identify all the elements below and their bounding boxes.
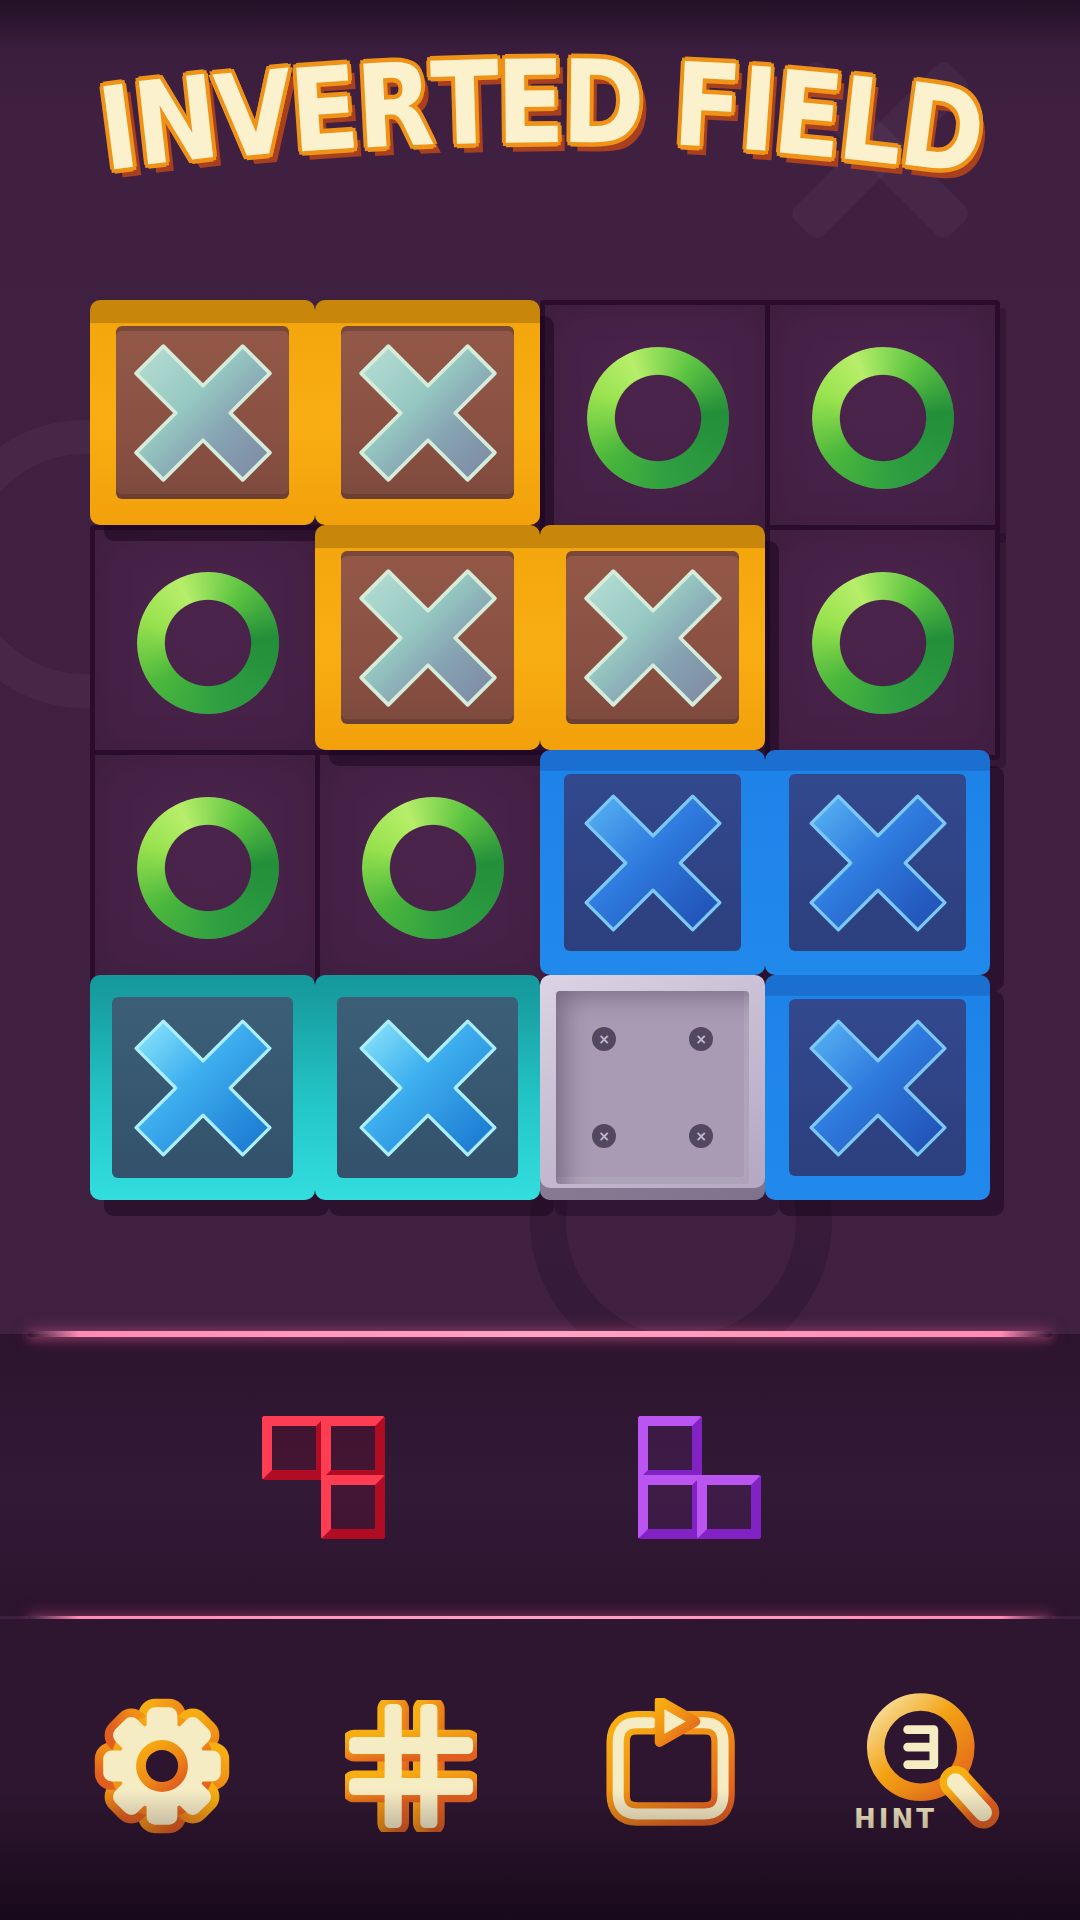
rivet-icon: × (689, 1027, 713, 1051)
grid-hash-icon (345, 1700, 477, 1832)
cell-r2c3[interactable] (765, 750, 990, 975)
puzzle-board[interactable]: ×××× (90, 300, 990, 1200)
divider-top (28, 1331, 1052, 1337)
title-letter: D (892, 56, 988, 203)
title-letter (640, 35, 674, 174)
cell-r1c1[interactable] (315, 525, 540, 750)
title-letter: E (496, 34, 562, 173)
cross-mark (579, 564, 727, 712)
tray-piece-purple[interactable] (638, 1416, 762, 1540)
red-piece-cell (262, 1416, 326, 1480)
cell-r0c1[interactable] (315, 300, 540, 525)
cell-r3c2[interactable]: ×××× (540, 975, 765, 1200)
cell-r1c2[interactable] (540, 525, 765, 750)
hint-button[interactable]: HINT (848, 1686, 1008, 1846)
crate-panel (789, 774, 966, 951)
cross-mark (804, 1014, 952, 1162)
cross-mark (354, 1014, 502, 1162)
ring-mark (812, 347, 954, 489)
crate-panel (341, 326, 514, 499)
cross-mark (579, 789, 727, 937)
ring-mark (812, 572, 954, 714)
title-letter: R (353, 36, 433, 178)
crate-panel (341, 551, 514, 724)
ring-mark (137, 572, 279, 714)
rivet-icon: × (592, 1124, 616, 1148)
cell-r2c0[interactable] (90, 750, 325, 985)
cell-r0c0[interactable] (90, 300, 315, 525)
cross-mark (354, 564, 502, 712)
cell-r1c3[interactable] (765, 525, 1000, 760)
title-letter: T (429, 35, 497, 175)
crate-panel (112, 997, 293, 1178)
cell-r3c1[interactable] (315, 975, 540, 1200)
gear-icon (92, 1696, 232, 1836)
page-title: INVERTED FIELD (0, 52, 1080, 172)
hint-label: HINT (854, 1804, 937, 1834)
crate-panel (564, 774, 741, 951)
title-letter: D (561, 34, 641, 173)
title-letter: F (670, 36, 741, 177)
cell-r1c0[interactable] (90, 525, 325, 760)
purple-piece-cell (638, 1475, 702, 1539)
ring-mark (362, 797, 504, 939)
ring-mark (137, 797, 279, 939)
rivet-icon: × (592, 1027, 616, 1051)
crate-panel (566, 551, 739, 724)
cell-r0c3[interactable] (765, 300, 1000, 535)
title-letter: E (286, 40, 360, 182)
cross-mark (129, 1014, 277, 1162)
cell-r3c3[interactable] (765, 975, 990, 1200)
title-letter: N (127, 49, 221, 195)
blocker-panel: ×××× (556, 991, 749, 1184)
title-letter: V (210, 44, 296, 188)
crate-panel (789, 999, 966, 1176)
red-piece-cell (321, 1416, 385, 1480)
tray-piece-red[interactable] (262, 1416, 386, 1540)
cell-r2c1[interactable] (315, 750, 550, 985)
cross-mark (804, 789, 952, 937)
purple-piece-cell (697, 1475, 761, 1539)
purple-piece-cell (638, 1416, 702, 1480)
restart-arrow-icon (596, 1698, 748, 1836)
cross-mark (354, 339, 502, 487)
title-letter: E (768, 44, 845, 187)
rivet-icon: × (689, 1124, 713, 1148)
hint-count-glyph (908, 1730, 934, 1765)
grid-button[interactable] (345, 1700, 477, 1832)
ring-mark (587, 347, 729, 489)
settings-button[interactable] (92, 1696, 232, 1836)
crate-panel (116, 326, 289, 499)
cell-r2c2[interactable] (540, 750, 765, 975)
cell-r3c0[interactable] (90, 975, 315, 1200)
restart-button[interactable] (596, 1698, 741, 1836)
piece-tray (0, 1334, 1080, 1616)
cross-mark (129, 339, 277, 487)
red-piece-cell (321, 1475, 385, 1539)
crate-panel (337, 997, 518, 1178)
cell-r0c2[interactable] (540, 300, 775, 535)
